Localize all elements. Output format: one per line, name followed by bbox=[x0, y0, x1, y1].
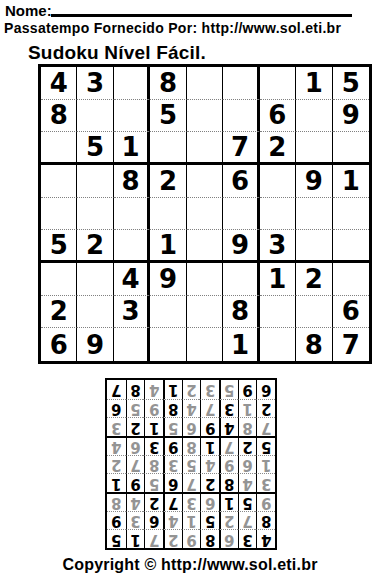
cell-r4c6[interactable]: 6 bbox=[223, 165, 259, 198]
cell-r2c9[interactable]: 9 bbox=[333, 100, 369, 133]
cell-r4c4[interactable]: 2 bbox=[150, 165, 186, 198]
sol-cell-r4c1: 3 bbox=[256, 473, 275, 492]
sol-cell-r8c5: 4 bbox=[182, 399, 201, 418]
sol-cell-r5c7: 8 bbox=[144, 455, 163, 474]
sol-cell-r3c4: 6 bbox=[200, 492, 219, 511]
sol-cell-r3c3: 1 bbox=[219, 492, 238, 511]
sol-cell-r7c7: 1 bbox=[144, 417, 163, 436]
sol-cell-r9c1: 6 bbox=[256, 380, 275, 399]
sol-cell-r1c2: 3 bbox=[238, 529, 257, 548]
cell-r9c8[interactable]: 8 bbox=[296, 328, 332, 361]
cell-r6c5[interactable] bbox=[187, 230, 223, 263]
cell-r2c4[interactable]: 5 bbox=[150, 100, 186, 133]
cell-r3c8[interactable] bbox=[296, 132, 332, 165]
sol-cell-r3c2: 5 bbox=[238, 492, 257, 511]
sol-cell-r9c7: 4 bbox=[144, 380, 163, 399]
sol-cell-r8c8: 5 bbox=[126, 399, 145, 418]
sol-cell-r6c9: 4 bbox=[107, 436, 126, 455]
cell-r7c7[interactable]: 1 bbox=[260, 263, 296, 296]
sol-cell-r3c7: 2 bbox=[144, 492, 163, 511]
sol-cell-r7c2: 8 bbox=[238, 417, 257, 436]
cell-r3c4[interactable] bbox=[150, 132, 186, 165]
sol-cell-r1c1: 4 bbox=[256, 529, 275, 548]
cell-r5c6[interactable] bbox=[223, 198, 259, 231]
sol-cell-r8c3: 3 bbox=[219, 399, 238, 418]
cell-r3c3[interactable]: 1 bbox=[114, 132, 150, 165]
cell-r1c8[interactable]: 1 bbox=[296, 67, 332, 100]
cell-r2c5[interactable] bbox=[187, 100, 223, 133]
cell-r5c7[interactable] bbox=[260, 198, 296, 231]
copyright-line: Copyright © http://www.sol.eti.br bbox=[0, 556, 380, 574]
sol-cell-r7c1: 7 bbox=[256, 417, 275, 436]
cell-r5c5[interactable] bbox=[187, 198, 223, 231]
sol-cell-r6c2: 2 bbox=[238, 436, 257, 455]
sol-cell-r4c3: 8 bbox=[219, 473, 238, 492]
cell-r7c1[interactable] bbox=[41, 263, 77, 296]
cell-r4c9[interactable]: 1 bbox=[333, 165, 369, 198]
cell-r8c9[interactable]: 6 bbox=[333, 296, 369, 329]
sol-cell-r9c2: 9 bbox=[238, 380, 257, 399]
cell-r7c2[interactable] bbox=[77, 263, 113, 296]
cell-r6c2[interactable]: 2 bbox=[77, 230, 113, 263]
cell-r1c7[interactable] bbox=[260, 67, 296, 100]
sol-cell-r5c3: 9 bbox=[219, 455, 238, 474]
sol-cell-r9c5: 2 bbox=[182, 380, 201, 399]
page-title: Sudoku Nível Fácil. bbox=[28, 42, 206, 64]
sol-cell-r4c2: 4 bbox=[238, 473, 257, 492]
sol-cell-r2c8: 3 bbox=[126, 511, 145, 530]
sol-cell-r6c3: 7 bbox=[219, 436, 238, 455]
cell-r5c3[interactable] bbox=[114, 198, 150, 231]
sol-cell-r8c1: 2 bbox=[256, 399, 275, 418]
sol-cell-r4c4: 2 bbox=[200, 473, 219, 492]
sol-cell-r5c6: 3 bbox=[163, 455, 182, 474]
sol-cell-r9c9: 7 bbox=[107, 380, 126, 399]
sol-cell-r1c6: 2 bbox=[163, 529, 182, 548]
sol-cell-r6c4: 1 bbox=[200, 436, 219, 455]
sol-cell-r3c9: 8 bbox=[107, 492, 126, 511]
cell-r9c9[interactable]: 7 bbox=[333, 328, 369, 361]
cell-r6c4[interactable]: 1 bbox=[150, 230, 186, 263]
name-label: Nome: bbox=[5, 2, 52, 19]
sol-cell-r1c4: 8 bbox=[200, 529, 219, 548]
cell-r8c7[interactable] bbox=[260, 296, 296, 329]
cell-r3c7[interactable]: 2 bbox=[260, 132, 296, 165]
provider-line: Passatempo Fornecido Por: http://www.sol… bbox=[4, 20, 341, 36]
sol-cell-r1c8: 1 bbox=[126, 529, 145, 548]
cell-r2c1[interactable]: 8 bbox=[41, 100, 77, 133]
cell-r2c7[interactable]: 6 bbox=[260, 100, 296, 133]
sol-cell-r6c1: 5 bbox=[256, 436, 275, 455]
sol-cell-r2c7: 6 bbox=[144, 511, 163, 530]
sol-cell-r8c9: 6 bbox=[107, 399, 126, 418]
cell-r8c8[interactable] bbox=[296, 296, 332, 329]
sol-cell-r7c8: 2 bbox=[126, 417, 145, 436]
cell-r8c6[interactable]: 8 bbox=[223, 296, 259, 329]
cell-r4c2[interactable] bbox=[77, 165, 113, 198]
sol-cell-r5c1: 1 bbox=[256, 455, 275, 474]
sol-cell-r5c5: 5 bbox=[182, 455, 201, 474]
cell-r8c1[interactable]: 2 bbox=[41, 296, 77, 329]
cell-r6c9[interactable] bbox=[333, 230, 369, 263]
sol-cell-r9c6: 1 bbox=[163, 380, 182, 399]
sol-cell-r9c4: 3 bbox=[200, 380, 219, 399]
cell-r3c5[interactable] bbox=[187, 132, 223, 165]
cell-r1c9[interactable]: 5 bbox=[333, 67, 369, 100]
cell-r1c2[interactable]: 3 bbox=[77, 67, 113, 100]
cell-r5c1[interactable] bbox=[41, 198, 77, 231]
cell-r5c2[interactable] bbox=[77, 198, 113, 231]
cell-r1c3[interactable] bbox=[114, 67, 150, 100]
sol-cell-r3c6: 7 bbox=[163, 492, 182, 511]
cell-r7c5[interactable] bbox=[187, 263, 223, 296]
cell-r9c5[interactable] bbox=[187, 328, 223, 361]
sol-cell-r2c4: 5 bbox=[200, 511, 219, 530]
cell-r7c4[interactable]: 9 bbox=[150, 263, 186, 296]
sol-cell-r8c7: 9 bbox=[144, 399, 163, 418]
cell-r4c3[interactable]: 8 bbox=[114, 165, 150, 198]
sol-cell-r1c9: 5 bbox=[107, 529, 126, 548]
cell-r2c8[interactable] bbox=[296, 100, 332, 133]
cell-r3c1[interactable] bbox=[41, 132, 77, 165]
sol-cell-r4c8: 9 bbox=[126, 473, 145, 492]
cell-r9c6[interactable]: 1 bbox=[223, 328, 259, 361]
sol-cell-r6c5: 8 bbox=[182, 436, 201, 455]
sol-cell-r7c9: 3 bbox=[107, 417, 126, 436]
sol-cell-r7c3: 4 bbox=[219, 417, 238, 436]
cell-r8c2[interactable] bbox=[77, 296, 113, 329]
sol-cell-r4c7: 5 bbox=[144, 473, 163, 492]
sol-cell-r2c9: 9 bbox=[107, 511, 126, 530]
sol-cell-r2c2: 7 bbox=[238, 511, 257, 530]
sol-cell-r5c4: 4 bbox=[200, 455, 219, 474]
cell-r7c8[interactable]: 2 bbox=[296, 263, 332, 296]
cell-r4c5[interactable] bbox=[187, 165, 223, 198]
sudoku-board: 438158569517282691521934912238669187 bbox=[38, 64, 372, 364]
cell-r6c1[interactable]: 5 bbox=[41, 230, 77, 263]
sol-cell-r8c6: 8 bbox=[163, 399, 182, 418]
sol-cell-r4c6: 6 bbox=[163, 473, 182, 492]
cell-r7c6[interactable] bbox=[223, 263, 259, 296]
cell-r1c1[interactable]: 4 bbox=[41, 67, 77, 100]
sol-cell-r1c5: 9 bbox=[182, 529, 201, 548]
sol-cell-r2c1: 8 bbox=[256, 511, 275, 530]
sol-cell-r9c3: 5 bbox=[219, 380, 238, 399]
sol-cell-r5c9: 2 bbox=[107, 455, 126, 474]
name-input-line[interactable] bbox=[51, 14, 352, 17]
sol-cell-r4c9: 1 bbox=[107, 473, 126, 492]
cell-r6c7[interactable]: 3 bbox=[260, 230, 296, 263]
cell-r4c1[interactable] bbox=[41, 165, 77, 198]
sol-cell-r2c3: 2 bbox=[219, 511, 238, 530]
cell-r6c3[interactable] bbox=[114, 230, 150, 263]
cell-r9c4[interactable] bbox=[150, 328, 186, 361]
cell-r4c7[interactable] bbox=[260, 165, 296, 198]
cell-r4c8[interactable]: 9 bbox=[296, 165, 332, 198]
sol-cell-r5c2: 6 bbox=[238, 455, 257, 474]
cell-r3c2[interactable]: 5 bbox=[77, 132, 113, 165]
sol-cell-r7c5: 6 bbox=[182, 417, 201, 436]
sol-cell-r5c8: 7 bbox=[126, 455, 145, 474]
cell-r3c9[interactable] bbox=[333, 132, 369, 165]
sol-cell-r1c7: 7 bbox=[144, 529, 163, 548]
cell-r6c6[interactable]: 9 bbox=[223, 230, 259, 263]
cell-r6c8[interactable] bbox=[296, 230, 332, 263]
cell-r5c8[interactable] bbox=[296, 198, 332, 231]
sol-cell-r1c3: 6 bbox=[219, 529, 238, 548]
sol-cell-r8c2: 1 bbox=[238, 399, 257, 418]
cell-r9c3[interactable] bbox=[114, 328, 150, 361]
cell-r9c2[interactable]: 9 bbox=[77, 328, 113, 361]
sol-cell-r6c6: 9 bbox=[163, 436, 182, 455]
cell-r7c3[interactable]: 4 bbox=[114, 263, 150, 296]
sol-cell-r3c8: 4 bbox=[126, 492, 145, 511]
cell-r1c6[interactable] bbox=[223, 67, 259, 100]
cell-r2c6[interactable] bbox=[223, 100, 259, 133]
cell-r5c4[interactable] bbox=[150, 198, 186, 231]
sol-cell-r3c5: 3 bbox=[182, 492, 201, 511]
sol-cell-r4c5: 7 bbox=[182, 473, 201, 492]
cell-r8c4[interactable] bbox=[150, 296, 186, 329]
cell-r3c6[interactable]: 7 bbox=[223, 132, 259, 165]
sol-cell-r7c4: 9 bbox=[200, 417, 219, 436]
sol-cell-r8c4: 7 bbox=[200, 399, 219, 418]
cell-r1c5[interactable] bbox=[187, 67, 223, 100]
solution-board: 4368927158725146399516372483482765911694… bbox=[105, 378, 277, 550]
cell-r2c3[interactable] bbox=[114, 100, 150, 133]
sol-cell-r6c8: 6 bbox=[126, 436, 145, 455]
cell-r2c2[interactable] bbox=[77, 100, 113, 133]
cell-r9c7[interactable] bbox=[260, 328, 296, 361]
sol-cell-r2c5: 1 bbox=[182, 511, 201, 530]
cell-r8c5[interactable] bbox=[187, 296, 223, 329]
cell-r5c9[interactable] bbox=[333, 198, 369, 231]
cell-r9c1[interactable]: 6 bbox=[41, 328, 77, 361]
cell-r7c9[interactable] bbox=[333, 263, 369, 296]
cell-r1c4[interactable]: 8 bbox=[150, 67, 186, 100]
sol-cell-r6c7: 3 bbox=[144, 436, 163, 455]
sol-cell-r2c6: 4 bbox=[163, 511, 182, 530]
sol-cell-r7c6: 5 bbox=[163, 417, 182, 436]
sol-cell-r9c8: 8 bbox=[126, 380, 145, 399]
cell-r8c3[interactable]: 3 bbox=[114, 296, 150, 329]
sol-cell-r3c1: 9 bbox=[256, 492, 275, 511]
